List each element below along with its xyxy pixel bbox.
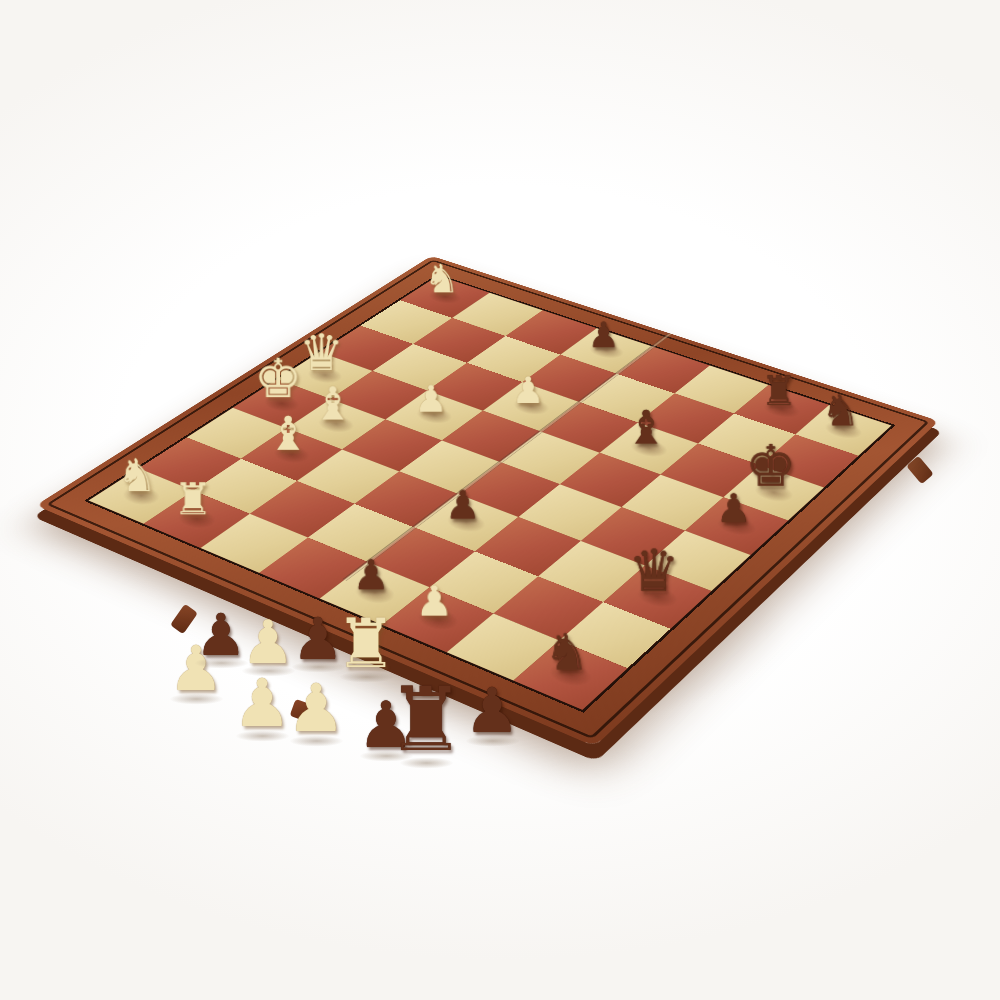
piece-shadow [245, 386, 318, 421]
piece-shadow [571, 334, 641, 367]
square-b6[interactable] [638, 393, 734, 443]
white-pawn-c4[interactable]: ♟ [485, 372, 572, 409]
black-knight-h8[interactable]: ♞ [515, 627, 618, 677]
square-e1[interactable]: ♚ [233, 379, 331, 428]
square-a6[interactable] [675, 366, 769, 414]
square-a7[interactable]: ♜ [734, 385, 829, 434]
square-c1[interactable] [320, 326, 413, 371]
white-bishop-e2[interactable]: ♝ [289, 381, 377, 427]
piece-shadow [495, 389, 568, 425]
piece-shadow [611, 429, 686, 467]
piece-shadow [289, 358, 361, 392]
white-rook-h2[interactable]: ♜ [146, 478, 240, 522]
square-c5[interactable] [540, 402, 637, 453]
white-knight-a1[interactable]: ♞ [402, 259, 482, 298]
square-a3[interactable] [505, 310, 596, 354]
black-queen-f8[interactable]: ♛ [605, 542, 703, 600]
square-d4[interactable] [442, 411, 541, 462]
square-a5[interactable] [617, 347, 710, 394]
square-b2[interactable] [413, 318, 505, 363]
square-h2[interactable]: ♜ [144, 491, 250, 548]
square-a4[interactable]: ♟ [560, 328, 652, 374]
square-c3[interactable] [427, 363, 522, 411]
white-bishop-f2[interactable]: ♝ [243, 410, 333, 457]
square-d1[interactable]: ♛ [277, 352, 372, 399]
square-b4[interactable] [522, 355, 616, 402]
piece-shadow [745, 392, 818, 428]
square-a1[interactable]: ♞ [400, 276, 490, 318]
white-queen-d1[interactable]: ♛ [279, 327, 364, 377]
photo-stage: ♞♟♜♞♟♝♚♛♟♟♚♝♝♟♛♞♜♟♟♞ ♟♟♟♟♟♟♜♟♜♟ [0, 0, 1000, 1000]
square-d3[interactable]: ♟ [385, 391, 483, 441]
white-pawn-d3[interactable]: ♟ [387, 381, 474, 418]
black-pawn-f5[interactable]: ♟ [416, 485, 510, 525]
black-pawn-a4[interactable]: ♟ [562, 318, 645, 353]
black-rook-a7[interactable]: ♜ [735, 371, 822, 412]
square-b1[interactable] [361, 300, 452, 344]
black-pawn-d8[interactable]: ♟ [687, 489, 781, 529]
piece-shadow [411, 282, 479, 312]
square-c4[interactable]: ♟ [483, 382, 579, 431]
piece-shadow [299, 406, 373, 442]
captured-black-pawn[interactable]: ♟ [437, 680, 547, 742]
square-f1[interactable] [187, 408, 287, 459]
square-b5[interactable] [579, 374, 674, 423]
piece-shadow [397, 397, 471, 433]
square-a2[interactable] [452, 293, 542, 336]
black-bishop-c6[interactable]: ♝ [601, 404, 690, 451]
square-e2[interactable]: ♝ [287, 399, 386, 449]
white-king-e1[interactable]: ♚ [235, 352, 322, 406]
square-d2[interactable] [330, 371, 427, 419]
square-c2[interactable] [373, 344, 467, 391]
square-b3[interactable] [467, 336, 560, 382]
black-knight-a8[interactable]: ♞ [797, 389, 885, 432]
